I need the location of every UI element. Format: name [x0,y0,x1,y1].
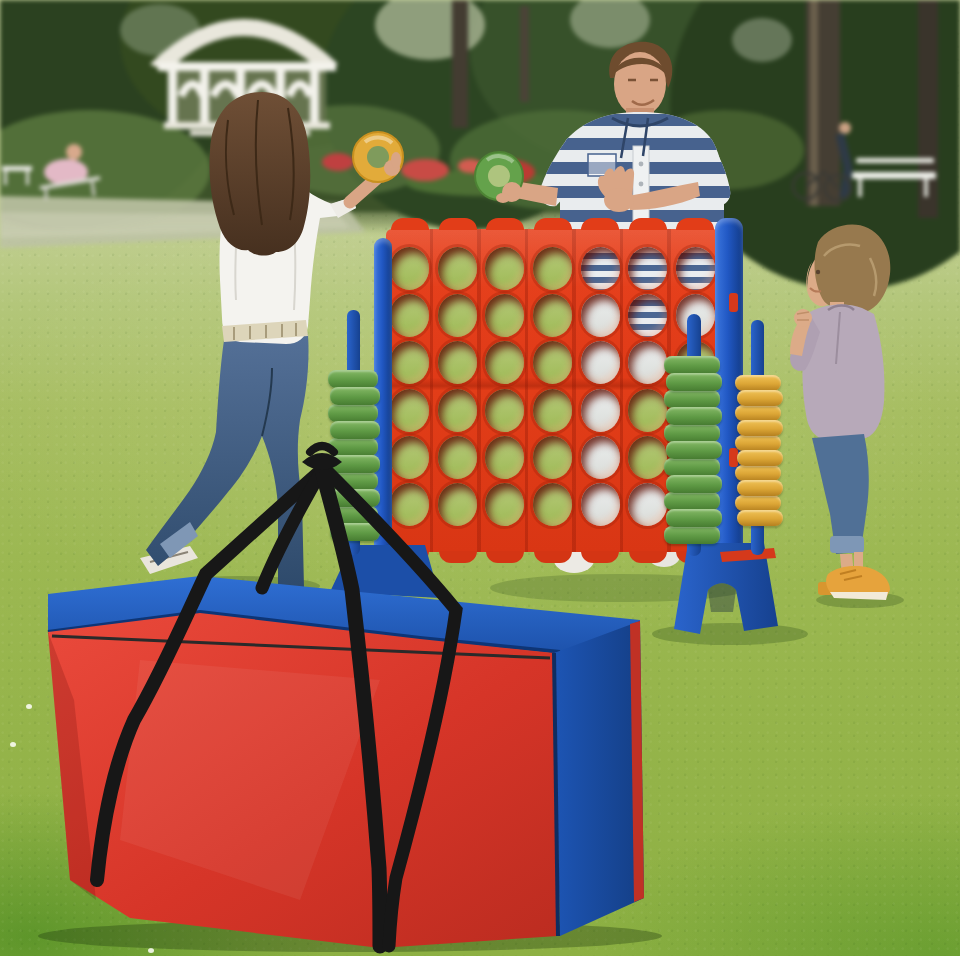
bag-right-side [554,621,644,936]
bag-handle-knot [302,453,342,470]
park-scene [0,0,960,956]
bag-handle-loop [310,446,334,452]
carry-bag [0,0,960,956]
